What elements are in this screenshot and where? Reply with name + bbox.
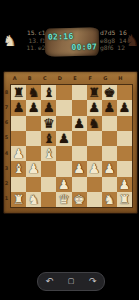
black-queen-piece: ♛	[43, 116, 55, 129]
file-label-f: F	[83, 72, 98, 84]
square-c4[interactable]: ♝	[41, 146, 56, 161]
white-bishop-piece: ♝	[43, 147, 55, 160]
black-clock-time: 00:07	[71, 42, 97, 52]
rank-label-1: 1	[3, 191, 10, 206]
square-e5[interactable]	[72, 131, 87, 146]
black-bishop-piece: ♝	[43, 131, 55, 144]
rank-label-4: 4	[3, 145, 10, 160]
square-e2[interactable]	[72, 177, 87, 192]
square-d5[interactable]: ♟	[56, 131, 71, 146]
white-clock-time: 02:16	[48, 32, 74, 42]
square-b5[interactable]	[26, 131, 41, 146]
square-g1[interactable]: ♞	[102, 192, 117, 207]
chess-app: ♞ 15. c1a3 13. f1c4 11. e2e3 02:16 00:07…	[0, 0, 139, 300]
file-labels: ABCDEFGH	[7, 72, 128, 84]
square-g7[interactable]: ♟	[102, 100, 117, 115]
square-e4[interactable]	[72, 146, 87, 161]
black-pawn-piece: ♟	[28, 101, 40, 114]
undo-icon: ↶	[45, 276, 53, 286]
black-king-piece: ♚	[103, 86, 115, 99]
square-f3[interactable]: ♟	[87, 161, 102, 176]
white-knight-piece: ♞	[28, 192, 40, 205]
square-h6[interactable]	[117, 116, 132, 131]
black-pawn-piece: ♟	[73, 116, 85, 129]
square-h1[interactable]: ♜	[117, 192, 132, 207]
white-pawn-piece: ♟	[88, 162, 100, 175]
menu-button[interactable]: ▢	[68, 278, 75, 285]
white-pawn-piece: ♟	[103, 162, 115, 175]
white-rook-piece: ♜	[13, 192, 25, 205]
square-g6[interactable]	[102, 116, 117, 131]
square-f6[interactable]: ♞	[87, 116, 102, 131]
square-c5[interactable]: ♝	[41, 131, 56, 146]
square-b1[interactable]: ♞	[26, 192, 41, 207]
square-a6[interactable]	[11, 116, 26, 131]
square-h3[interactable]	[117, 161, 132, 176]
white-bishop-piece: ♝	[13, 162, 25, 175]
square-h8[interactable]	[117, 85, 132, 100]
square-a8[interactable]: ♜	[11, 85, 26, 100]
rank-label-7: 7	[3, 99, 10, 114]
file-label-g: G	[98, 72, 113, 84]
square-g3[interactable]: ♟	[102, 161, 117, 176]
square-e7[interactable]	[72, 100, 87, 115]
square-c7[interactable]: ♟	[41, 100, 56, 115]
file-label-d: D	[52, 72, 67, 84]
square-c2[interactable]	[41, 177, 56, 192]
rank-labels: 87654321	[3, 84, 10, 206]
square-g4[interactable]	[102, 146, 117, 161]
white-pawn-piece: ♟	[28, 162, 40, 175]
square-d8[interactable]	[56, 85, 71, 100]
square-h7[interactable]: ♟	[117, 100, 132, 115]
rank-label-3: 3	[3, 160, 10, 175]
black-knight-icon: ♞	[125, 33, 139, 49]
square-f1[interactable]	[87, 192, 102, 207]
white-knight-piece: ♞	[103, 192, 115, 205]
file-label-c: C	[37, 72, 52, 84]
square-a1[interactable]: ♜	[11, 192, 26, 207]
square-c8[interactable]: ♝	[41, 85, 56, 100]
file-label-b: B	[22, 72, 37, 84]
white-pawn-piece: ♟	[119, 177, 131, 190]
black-knight-piece: ♞	[28, 86, 40, 99]
square-b6[interactable]	[26, 116, 41, 131]
black-rook-piece: ♜	[88, 86, 100, 99]
black-pawn-piece: ♟	[119, 101, 131, 114]
rank-label-2: 2	[3, 176, 10, 191]
toolbar: ↶ ▢ ↷	[37, 272, 105, 291]
square-d1[interactable]: ♛	[56, 192, 71, 207]
square-a7[interactable]: ♟	[11, 100, 26, 115]
square-g2[interactable]	[102, 177, 117, 192]
square-a2[interactable]	[11, 177, 26, 192]
rank-label-6: 6	[3, 115, 10, 130]
square-c3[interactable]	[41, 161, 56, 176]
white-pawn-piece: ♟	[73, 162, 85, 175]
redo-button[interactable]: ↷	[89, 277, 97, 286]
chess-clock: 02:16 00:07	[45, 27, 100, 56]
square-d2[interactable]: ♟	[56, 177, 71, 192]
black-pawn-piece: ♟	[43, 101, 55, 114]
black-rook-piece: ♜	[13, 86, 25, 99]
square-a4[interactable]: ♟	[11, 146, 26, 161]
square-a5[interactable]	[11, 131, 26, 146]
square-icon: ▢	[68, 277, 75, 285]
square-f8[interactable]: ♜	[87, 85, 102, 100]
square-b2[interactable]	[26, 177, 41, 192]
square-e3[interactable]: ♟	[72, 161, 87, 176]
square-d6[interactable]	[56, 116, 71, 131]
square-d7[interactable]	[56, 100, 71, 115]
white-pawn-piece: ♟	[13, 147, 25, 160]
square-a3[interactable]: ♝	[11, 161, 26, 176]
file-label-e: E	[68, 72, 83, 84]
square-b7[interactable]: ♟	[26, 100, 41, 115]
square-b4[interactable]	[26, 146, 41, 161]
white-rook-piece: ♜	[119, 192, 131, 205]
black-pawn-piece: ♟	[58, 131, 70, 144]
square-f5[interactable]	[87, 131, 102, 146]
rank-label-8: 8	[3, 84, 10, 99]
file-label-h: H	[113, 72, 128, 84]
square-b3[interactable]: ♟	[26, 161, 41, 176]
square-h5[interactable]	[117, 131, 132, 146]
square-b8[interactable]: ♞	[26, 85, 41, 100]
black-knight-piece: ♞	[88, 116, 100, 129]
square-e1[interactable]: ♚	[72, 192, 87, 207]
square-e8[interactable]	[72, 85, 87, 100]
square-d4[interactable]	[56, 146, 71, 161]
square-f4[interactable]	[87, 146, 102, 161]
rank-label-5: 5	[3, 130, 10, 145]
black-pawn-piece: ♟	[13, 101, 25, 114]
board-grid: ♜♞♝♜♚♟♟♟♟♟♟♛♟♞♝♟♟♝♝♟♟♟♟♟♟♜♞♛♚♞♜	[10, 84, 133, 208]
undo-button[interactable]: ↶	[45, 277, 53, 286]
square-f2[interactable]	[87, 177, 102, 192]
redo-icon: ↷	[89, 276, 97, 286]
white-queen-piece: ♛	[58, 192, 70, 205]
white-king-piece: ♚	[73, 192, 85, 205]
square-h4[interactable]	[117, 146, 132, 161]
file-label-a: A	[7, 72, 22, 84]
square-c6[interactable]: ♛	[41, 116, 56, 131]
black-bishop-piece: ♝	[43, 86, 55, 99]
square-e6[interactable]: ♟	[72, 116, 87, 131]
square-g5[interactable]	[102, 131, 117, 146]
black-pawn-piece: ♟	[103, 101, 115, 114]
square-c1[interactable]	[41, 192, 56, 207]
black-pawn-piece: ♟	[88, 101, 100, 114]
white-pawn-piece: ♟	[58, 177, 70, 190]
square-d3[interactable]	[56, 161, 71, 176]
square-g8[interactable]: ♚	[102, 85, 117, 100]
square-f7[interactable]: ♟	[87, 100, 102, 115]
square-h2[interactable]: ♟	[117, 177, 132, 192]
